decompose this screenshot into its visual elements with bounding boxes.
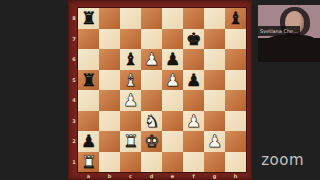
square-g3[interactable] — [204, 111, 225, 132]
square-b1[interactable] — [99, 152, 120, 173]
square-c2[interactable]: ♜ — [120, 131, 141, 152]
square-c7[interactable] — [120, 29, 141, 50]
square-d7[interactable] — [141, 29, 162, 50]
square-a5[interactable]: ♜ — [78, 70, 99, 91]
black-bishop-piece: ♝ — [120, 49, 141, 70]
file-label-e: e — [162, 172, 183, 180]
board-grid: ♜♝♚♝♟♟♜♝♟♟♟♞♟♟♜♚♟♜ — [78, 8, 246, 172]
black-pawn-piece: ♟ — [183, 70, 204, 91]
webcam-tile[interactable]: Svetlana Che... — [258, 5, 320, 62]
square-g5[interactable] — [204, 70, 225, 91]
square-g6[interactable] — [204, 49, 225, 70]
square-f6[interactable] — [183, 49, 204, 70]
square-g4[interactable] — [204, 90, 225, 111]
file-label-f: f — [183, 172, 204, 180]
square-c4[interactable]: ♟ — [120, 90, 141, 111]
square-b3[interactable] — [99, 111, 120, 132]
black-pawn-piece: ♟ — [78, 131, 99, 152]
white-pawn-piece: ♟ — [162, 70, 183, 91]
square-g2[interactable]: ♟ — [204, 131, 225, 152]
black-pawn-piece: ♟ — [162, 49, 183, 70]
file-label-b: b — [99, 172, 120, 180]
square-f8[interactable] — [183, 8, 204, 29]
square-a4[interactable] — [78, 90, 99, 111]
square-f7[interactable]: ♚ — [183, 29, 204, 50]
square-f5[interactable]: ♟ — [183, 70, 204, 91]
rank-labels: 87654321 — [70, 8, 78, 172]
square-e7[interactable] — [162, 29, 183, 50]
rank-label-4: 4 — [70, 90, 78, 111]
square-h8[interactable]: ♝ — [225, 8, 246, 29]
square-c8[interactable] — [120, 8, 141, 29]
white-rook-piece: ♜ — [78, 152, 99, 173]
square-d4[interactable] — [141, 90, 162, 111]
square-b5[interactable] — [99, 70, 120, 91]
rank-label-2: 2 — [70, 131, 78, 152]
square-h6[interactable] — [225, 49, 246, 70]
square-a7[interactable] — [78, 29, 99, 50]
square-e5[interactable]: ♟ — [162, 70, 183, 91]
square-b2[interactable] — [99, 131, 120, 152]
square-d1[interactable] — [141, 152, 162, 173]
rank-label-7: 7 — [70, 29, 78, 50]
square-e4[interactable] — [162, 90, 183, 111]
white-pawn-piece: ♟ — [204, 131, 225, 152]
rank-label-8: 8 — [70, 8, 78, 29]
black-rook-piece: ♜ — [78, 70, 99, 91]
zoom-video-frame: 87654321 ♜♝♚♝♟♟♜♝♟♟♟♞♟♟♜♚♟♜ abcdefgh Sve… — [0, 0, 320, 180]
square-h7[interactable] — [225, 29, 246, 50]
square-b7[interactable] — [99, 29, 120, 50]
file-label-g: g — [204, 172, 225, 180]
black-bishop-piece: ♝ — [225, 8, 246, 29]
square-c5[interactable]: ♝ — [120, 70, 141, 91]
square-d6[interactable]: ♟ — [141, 49, 162, 70]
square-e8[interactable] — [162, 8, 183, 29]
zoom-watermark: zoom — [261, 151, 304, 169]
square-f2[interactable] — [183, 131, 204, 152]
rank-label-3: 3 — [70, 111, 78, 132]
rank-label-6: 6 — [70, 49, 78, 70]
presenter-body — [258, 35, 320, 62]
square-b4[interactable] — [99, 90, 120, 111]
square-g7[interactable] — [204, 29, 225, 50]
square-a3[interactable] — [78, 111, 99, 132]
white-bishop-piece: ♝ — [120, 70, 141, 91]
white-king-piece: ♚ — [141, 131, 162, 152]
square-e2[interactable] — [162, 131, 183, 152]
white-pawn-piece: ♟ — [141, 49, 162, 70]
square-d2[interactable]: ♚ — [141, 131, 162, 152]
participant-name-label: Svetlana Che... — [258, 26, 300, 36]
file-labels: abcdefgh — [78, 172, 246, 180]
white-pawn-piece: ♟ — [120, 90, 141, 111]
square-a2[interactable]: ♟ — [78, 131, 99, 152]
square-a6[interactable] — [78, 49, 99, 70]
square-g1[interactable] — [204, 152, 225, 173]
square-h4[interactable] — [225, 90, 246, 111]
square-d5[interactable] — [141, 70, 162, 91]
white-knight-piece: ♞ — [141, 111, 162, 132]
file-label-a: a — [78, 172, 99, 180]
square-f3[interactable]: ♟ — [183, 111, 204, 132]
square-c3[interactable] — [120, 111, 141, 132]
white-pawn-piece: ♟ — [183, 111, 204, 132]
square-a1[interactable]: ♜ — [78, 152, 99, 173]
rank-label-5: 5 — [70, 70, 78, 91]
square-e6[interactable]: ♟ — [162, 49, 183, 70]
square-f1[interactable] — [183, 152, 204, 173]
rank-label-1: 1 — [70, 152, 78, 173]
white-rook-piece: ♜ — [120, 131, 141, 152]
black-king-piece: ♚ — [183, 29, 204, 50]
square-c6[interactable]: ♝ — [120, 49, 141, 70]
square-d8[interactable] — [141, 8, 162, 29]
square-h5[interactable] — [225, 70, 246, 91]
file-label-c: c — [120, 172, 141, 180]
square-f4[interactable] — [183, 90, 204, 111]
file-label-h: h — [225, 172, 246, 180]
square-g8[interactable] — [204, 8, 225, 29]
square-c1[interactable] — [120, 152, 141, 173]
chess-board-frame: 87654321 ♜♝♚♝♟♟♜♝♟♟♟♞♟♟♜♚♟♜ abcdefgh — [68, 0, 252, 180]
file-label-d: d — [141, 172, 162, 180]
square-a8[interactable]: ♜ — [78, 8, 99, 29]
square-h3[interactable] — [225, 111, 246, 132]
square-b6[interactable] — [99, 49, 120, 70]
square-h2[interactable] — [225, 131, 246, 152]
square-h1[interactable] — [225, 152, 246, 173]
square-e3[interactable] — [162, 111, 183, 132]
square-b8[interactable] — [99, 8, 120, 29]
black-rook-piece: ♜ — [78, 8, 99, 29]
square-d3[interactable]: ♞ — [141, 111, 162, 132]
square-e1[interactable] — [162, 152, 183, 173]
